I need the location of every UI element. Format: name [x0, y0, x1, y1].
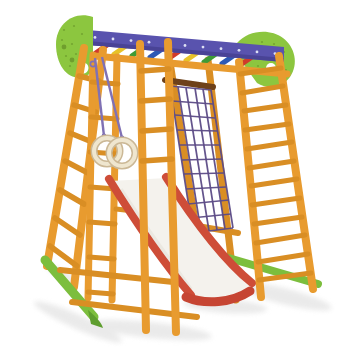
ladder-rung	[258, 254, 308, 262]
left-panel-hole	[62, 45, 67, 50]
ladder-rung	[88, 292, 113, 294]
ladder-rung	[55, 218, 80, 235]
ladder-rung	[254, 217, 302, 224]
product-photo-stage	[0, 0, 356, 356]
ladder-rung	[141, 69, 169, 71]
ladder-rung	[50, 246, 77, 266]
ladder-rung	[256, 235, 305, 243]
ladder-rung	[92, 82, 118, 84]
left-panel-hole	[70, 58, 75, 63]
ladder-rung	[65, 161, 88, 173]
play-gym-illustration	[0, 0, 356, 356]
ladder-rung	[142, 129, 171, 131]
ladder-rung	[89, 222, 115, 224]
ladder-rung	[91, 117, 117, 119]
ladder-rung	[249, 161, 294, 168]
ladder-rail	[140, 44, 146, 330]
ladder-rung	[251, 179, 297, 186]
ladder-rung	[141, 99, 170, 101]
ladder-rung	[247, 142, 292, 149]
left-inner-ladder	[88, 55, 118, 300]
ladder-rung	[245, 124, 289, 130]
ladder-rung	[60, 190, 84, 204]
ladder-rung	[252, 198, 300, 205]
ladder-rung	[142, 159, 172, 161]
ladder-rung	[242, 86, 283, 93]
ladder-rail	[88, 55, 93, 298]
ladder-rung	[244, 105, 286, 111]
ladder-rung	[89, 257, 114, 259]
